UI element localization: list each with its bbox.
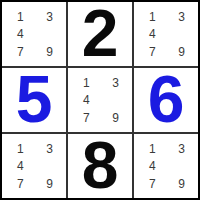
candidate-digit	[94, 109, 109, 127]
candidate-digit	[160, 8, 175, 26]
cell-value: 8	[68, 134, 132, 198]
cell-r1c3[interactable]: 13479	[134, 2, 198, 66]
candidate-digit: 1	[145, 8, 160, 26]
candidate-digit: 1	[13, 8, 28, 26]
candidate-digit	[160, 158, 175, 176]
cell-r1c2[interactable]: 2	[68, 2, 132, 66]
candidate-digit: 9	[108, 109, 123, 127]
candidate-digit: 1	[79, 74, 94, 92]
cell-value: 2	[68, 2, 132, 66]
sudoku-board: 13479213479513479613479813479	[0, 0, 200, 200]
candidate-digit	[94, 92, 109, 110]
candidate-digit	[28, 158, 43, 176]
candidate-digit: 9	[174, 175, 189, 193]
candidate-digit: 3	[174, 140, 189, 158]
cell-r2c2[interactable]: 13479	[68, 68, 132, 132]
candidate-digit: 7	[13, 175, 28, 193]
candidate-digit: 7	[79, 109, 94, 127]
candidate-grid: 13479	[2, 2, 66, 66]
candidate-digit: 9	[174, 43, 189, 61]
candidate-digit: 3	[174, 8, 189, 26]
candidate-digit	[174, 158, 189, 176]
candidate-digit	[160, 175, 175, 193]
candidate-digit	[28, 140, 43, 158]
candidate-digit	[28, 8, 43, 26]
candidate-grid: 13479	[134, 2, 198, 66]
cell-r2c1[interactable]: 5	[2, 68, 66, 132]
cell-r1c1[interactable]: 13479	[2, 2, 66, 66]
candidate-digit: 7	[13, 43, 28, 61]
cell-r3c3[interactable]: 13479	[134, 134, 198, 198]
candidate-digit	[42, 26, 57, 44]
candidate-digit	[160, 26, 175, 44]
candidate-digit: 4	[13, 158, 28, 176]
candidate-digit	[94, 74, 109, 92]
candidate-digit: 7	[145, 43, 160, 61]
candidate-grid: 13479	[68, 68, 132, 132]
candidate-digit: 3	[42, 8, 57, 26]
cell-value: 6	[134, 68, 198, 132]
candidate-digit	[28, 175, 43, 193]
candidate-digit: 3	[42, 140, 57, 158]
candidate-digit: 4	[145, 26, 160, 44]
cell-value: 5	[2, 68, 66, 132]
candidate-digit	[160, 43, 175, 61]
candidate-digit: 7	[145, 175, 160, 193]
candidate-digit	[108, 92, 123, 110]
candidate-digit: 1	[13, 140, 28, 158]
candidate-digit	[28, 26, 43, 44]
candidate-digit: 3	[108, 74, 123, 92]
candidate-digit: 4	[13, 26, 28, 44]
cell-r2c3[interactable]: 6	[134, 68, 198, 132]
candidate-digit: 9	[42, 43, 57, 61]
candidate-digit	[42, 158, 57, 176]
candidate-digit: 4	[145, 158, 160, 176]
candidate-grid: 13479	[134, 134, 198, 198]
cell-r3c1[interactable]: 13479	[2, 134, 66, 198]
candidate-digit: 1	[145, 140, 160, 158]
candidate-digit	[174, 26, 189, 44]
cell-r3c2[interactable]: 8	[68, 134, 132, 198]
candidate-digit	[28, 43, 43, 61]
candidate-digit: 9	[42, 175, 57, 193]
candidate-digit: 4	[79, 92, 94, 110]
candidate-grid: 13479	[2, 134, 66, 198]
candidate-digit	[160, 140, 175, 158]
